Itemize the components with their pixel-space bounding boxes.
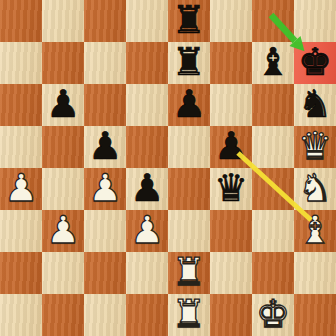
piece-black-bishop[interactable]: ♝: [256, 41, 290, 83]
square-g7[interactable]: ♝: [252, 42, 294, 84]
square-b4[interactable]: [42, 168, 84, 210]
chess-board-screenshot: ♜♜♝♚♟♟♞♟♟♛♟♟♟♛♞♟♟♝♜♜♚: [0, 0, 336, 336]
square-h1[interactable]: [294, 294, 336, 336]
square-d8[interactable]: [126, 0, 168, 42]
square-a6[interactable]: [0, 84, 42, 126]
square-e2[interactable]: ♜: [168, 252, 210, 294]
square-c3[interactable]: [84, 210, 126, 252]
square-e3[interactable]: [168, 210, 210, 252]
square-b3[interactable]: ♟: [42, 210, 84, 252]
piece-black-pawn[interactable]: ♟: [88, 125, 122, 167]
square-c1[interactable]: [84, 294, 126, 336]
square-f2[interactable]: [210, 252, 252, 294]
square-e7[interactable]: ♜: [168, 42, 210, 84]
square-e6[interactable]: ♟: [168, 84, 210, 126]
square-a3[interactable]: [0, 210, 42, 252]
piece-white-pawn[interactable]: ♟: [4, 167, 38, 209]
square-d5[interactable]: [126, 126, 168, 168]
piece-white-knight[interactable]: ♞: [298, 167, 332, 209]
square-h2[interactable]: [294, 252, 336, 294]
piece-white-pawn[interactable]: ♟: [130, 209, 164, 251]
square-a7[interactable]: [0, 42, 42, 84]
square-a1[interactable]: [0, 294, 42, 336]
square-g6[interactable]: [252, 84, 294, 126]
square-d2[interactable]: [126, 252, 168, 294]
square-b6[interactable]: ♟: [42, 84, 84, 126]
square-b2[interactable]: [42, 252, 84, 294]
square-h7[interactable]: ♚: [294, 42, 336, 84]
square-g3[interactable]: [252, 210, 294, 252]
square-g8[interactable]: [252, 0, 294, 42]
square-c2[interactable]: [84, 252, 126, 294]
square-h5[interactable]: ♛: [294, 126, 336, 168]
square-a4[interactable]: ♟: [0, 168, 42, 210]
square-d4[interactable]: ♟: [126, 168, 168, 210]
square-c7[interactable]: [84, 42, 126, 84]
square-b7[interactable]: [42, 42, 84, 84]
square-e5[interactable]: [168, 126, 210, 168]
square-f6[interactable]: [210, 84, 252, 126]
piece-black-pawn[interactable]: ♟: [130, 167, 164, 209]
square-d7[interactable]: [126, 42, 168, 84]
square-e1[interactable]: ♜: [168, 294, 210, 336]
square-a2[interactable]: [0, 252, 42, 294]
chess-board: ♜♜♝♚♟♟♞♟♟♛♟♟♟♛♞♟♟♝♜♜♚: [0, 0, 336, 336]
piece-black-rook[interactable]: ♜: [172, 41, 206, 83]
piece-white-rook[interactable]: ♜: [172, 251, 206, 293]
square-c8[interactable]: [84, 0, 126, 42]
square-e8[interactable]: ♜: [168, 0, 210, 42]
piece-black-queen[interactable]: ♛: [214, 167, 248, 209]
piece-white-king[interactable]: ♚: [256, 293, 290, 335]
square-d3[interactable]: ♟: [126, 210, 168, 252]
square-e4[interactable]: [168, 168, 210, 210]
square-g4[interactable]: [252, 168, 294, 210]
square-c4[interactable]: ♟: [84, 168, 126, 210]
piece-black-knight[interactable]: ♞: [298, 83, 332, 125]
square-f1[interactable]: [210, 294, 252, 336]
piece-white-queen[interactable]: ♛: [298, 125, 332, 167]
square-d6[interactable]: [126, 84, 168, 126]
piece-white-bishop[interactable]: ♝: [298, 209, 332, 251]
square-f4[interactable]: ♛: [210, 168, 252, 210]
square-f3[interactable]: [210, 210, 252, 252]
piece-white-pawn[interactable]: ♟: [88, 167, 122, 209]
piece-black-pawn[interactable]: ♟: [214, 125, 248, 167]
piece-black-king[interactable]: ♚: [298, 41, 332, 83]
square-a5[interactable]: [0, 126, 42, 168]
square-b5[interactable]: [42, 126, 84, 168]
square-h3[interactable]: ♝: [294, 210, 336, 252]
piece-black-pawn[interactable]: ♟: [46, 83, 80, 125]
square-h4[interactable]: ♞: [294, 168, 336, 210]
square-c5[interactable]: ♟: [84, 126, 126, 168]
square-g1[interactable]: ♚: [252, 294, 294, 336]
square-d1[interactable]: [126, 294, 168, 336]
square-g5[interactable]: [252, 126, 294, 168]
square-f5[interactable]: ♟: [210, 126, 252, 168]
square-g2[interactable]: [252, 252, 294, 294]
square-f7[interactable]: [210, 42, 252, 84]
square-h8[interactable]: [294, 0, 336, 42]
piece-white-rook[interactable]: ♜: [172, 293, 206, 335]
square-f8[interactable]: [210, 0, 252, 42]
square-a8[interactable]: [0, 0, 42, 42]
square-h6[interactable]: ♞: [294, 84, 336, 126]
square-b1[interactable]: [42, 294, 84, 336]
piece-black-pawn[interactable]: ♟: [172, 83, 206, 125]
square-c6[interactable]: [84, 84, 126, 126]
square-b8[interactable]: [42, 0, 84, 42]
piece-white-pawn[interactable]: ♟: [46, 209, 80, 251]
piece-black-rook[interactable]: ♜: [172, 0, 206, 41]
